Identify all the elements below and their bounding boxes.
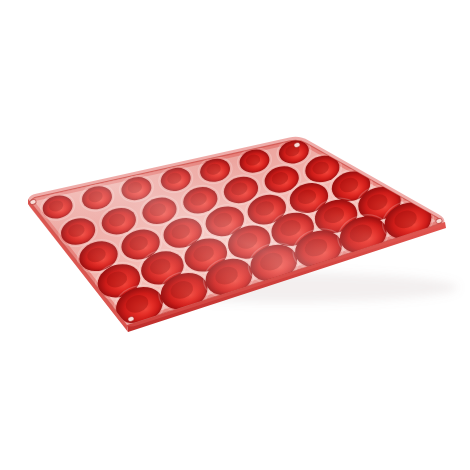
- product-photo: [0, 0, 470, 470]
- silicone-mold-image: [0, 0, 470, 470]
